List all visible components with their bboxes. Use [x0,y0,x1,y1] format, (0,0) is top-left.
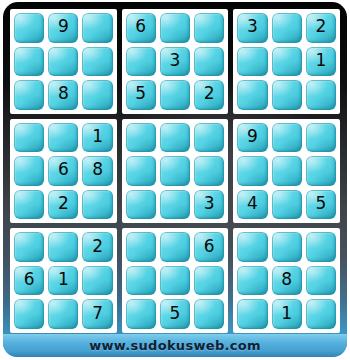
sudoku-cell[interactable]: 8 [272,266,302,296]
given-digit: 3 [170,52,181,69]
sudoku-cell[interactable] [48,232,78,262]
sudoku-cell[interactable] [126,266,156,296]
sudoku-cell[interactable] [160,232,190,262]
sudoku-cell[interactable] [82,190,112,220]
sudoku-cell[interactable]: 3 [194,190,224,220]
given-digit: 6 [204,238,215,255]
sudoku-cell[interactable] [237,232,267,262]
sudoku-box: 1682 [10,119,117,224]
sudoku-cell[interactable] [126,299,156,329]
sudoku-cell[interactable] [272,232,302,262]
sudoku-cell[interactable] [306,299,336,329]
sudoku-cell[interactable]: 5 [126,80,156,110]
sudoku-cell[interactable] [237,47,267,77]
sudoku-box: 65 [122,228,229,333]
sudoku-cell[interactable] [194,47,224,77]
sudoku-cell[interactable] [14,47,44,77]
given-digit: 5 [315,195,326,212]
sudoku-cell[interactable] [82,47,112,77]
sudoku-cell[interactable]: 2 [306,13,336,43]
sudoku-cell[interactable]: 4 [237,190,267,220]
sudoku-cell[interactable] [306,80,336,110]
sudoku-cell[interactable]: 2 [48,190,78,220]
sudoku-cell[interactable]: 3 [237,13,267,43]
sudoku-cell[interactable] [237,80,267,110]
given-digit: 2 [92,238,103,255]
given-digit: 8 [281,271,292,288]
sudoku-cell[interactable] [272,190,302,220]
sudoku-cell[interactable] [160,156,190,186]
sudoku-cell[interactable] [14,13,44,43]
sudoku-box: 3 [122,119,229,224]
sudoku-cell[interactable]: 5 [160,299,190,329]
sudoku-cell[interactable] [306,232,336,262]
sudoku-cell[interactable] [160,80,190,110]
sudoku-cell[interactable] [126,123,156,153]
sudoku-cell[interactable]: 8 [48,80,78,110]
sudoku-cell[interactable] [14,123,44,153]
sudoku-cell[interactable] [14,299,44,329]
sudoku-cell[interactable] [237,299,267,329]
sudoku-cell[interactable] [194,13,224,43]
given-digit: 6 [24,271,35,288]
given-digit: 4 [247,195,258,212]
sudoku-cell[interactable] [48,299,78,329]
sudoku-box: 321 [233,9,340,114]
sudoku-cell[interactable]: 6 [14,266,44,296]
sudoku-cell[interactable] [272,80,302,110]
sudoku-cell[interactable] [272,123,302,153]
sudoku-cell[interactable] [160,13,190,43]
given-digit: 1 [281,305,292,322]
given-digit: 6 [135,18,146,35]
sudoku-cell[interactable] [126,232,156,262]
sudoku-cell[interactable] [272,47,302,77]
sudoku-cell[interactable]: 1 [272,299,302,329]
sudoku-cell[interactable] [306,123,336,153]
sudoku-cell[interactable] [14,156,44,186]
given-digit: 9 [247,128,258,145]
sudoku-cell[interactable] [14,190,44,220]
given-digit: 1 [92,128,103,145]
sudoku-cell[interactable] [126,190,156,220]
sudoku-cell[interactable] [237,156,267,186]
sudoku-cell[interactable]: 6 [126,13,156,43]
given-digit: 5 [170,305,181,322]
sudoku-cell[interactable]: 5 [306,190,336,220]
sudoku-cell[interactable] [82,266,112,296]
footer-bar: www.sudokusweb.com [3,334,347,357]
given-digit: 8 [92,161,103,178]
given-digit: 2 [315,18,326,35]
sudoku-cell[interactable] [272,13,302,43]
sudoku-cell[interactable]: 1 [306,47,336,77]
sudoku-box: 2617 [10,228,117,333]
sudoku-cell[interactable] [194,266,224,296]
given-digit: 6 [58,161,69,178]
sudoku-cell[interactable]: 1 [48,266,78,296]
given-digit: 5 [135,85,146,102]
sudoku-cell[interactable] [160,266,190,296]
sudoku-cell[interactable]: 9 [237,123,267,153]
sudoku-cell[interactable] [194,156,224,186]
sudoku-cell[interactable]: 1 [82,123,112,153]
sudoku-board: 9863523211682394526176581 [10,9,340,333]
given-digit: 1 [58,271,69,288]
sudoku-box: 945 [233,119,340,224]
sudoku-cell[interactable] [160,123,190,153]
given-digit: 2 [58,195,69,212]
sudoku-cell[interactable] [160,190,190,220]
sudoku-cell[interactable]: 2 [82,232,112,262]
sudoku-cell[interactable]: 6 [48,156,78,186]
sudoku-cell[interactable] [126,156,156,186]
sudoku-cell[interactable]: 2 [194,80,224,110]
given-digit: 9 [58,18,69,35]
sudoku-cell[interactable]: 7 [82,299,112,329]
sudoku-cell[interactable]: 8 [82,156,112,186]
sudoku-app: 9863523211682394526176581 www.sudokusweb… [0,0,350,360]
given-digit: 3 [247,18,258,35]
given-digit: 2 [204,85,215,102]
sudoku-cell[interactable] [306,266,336,296]
sudoku-cell[interactable] [306,156,336,186]
sudokusweb-link[interactable]: www.sudokusweb.com [89,338,261,353]
sudoku-cell[interactable] [48,123,78,153]
sudoku-box: 81 [233,228,340,333]
sudoku-cell[interactable] [194,299,224,329]
sudoku-cell[interactable]: 9 [48,13,78,43]
given-digit: 7 [92,305,103,322]
sudoku-box: 6352 [122,9,229,114]
sudoku-cell[interactable] [272,156,302,186]
sudoku-cell[interactable] [48,47,78,77]
sudoku-cell[interactable] [126,47,156,77]
sudoku-cell[interactable] [82,80,112,110]
sudoku-cell[interactable] [237,266,267,296]
sudoku-cell[interactable] [14,80,44,110]
sudoku-cell[interactable] [14,232,44,262]
sudoku-box: 98 [10,9,117,114]
sudoku-cell[interactable] [194,123,224,153]
sudoku-cell[interactable]: 3 [160,47,190,77]
given-digit: 8 [58,85,69,102]
sudoku-cell[interactable]: 6 [194,232,224,262]
given-digit: 1 [315,52,326,69]
sudoku-cell[interactable] [82,13,112,43]
given-digit: 3 [204,195,215,212]
